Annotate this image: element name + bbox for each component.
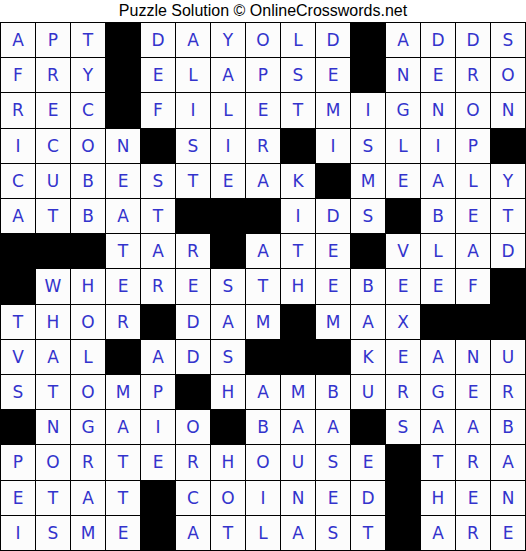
letter-cell: D: [456, 23, 490, 57]
letter-cell: I: [351, 93, 385, 127]
black-cell: [421, 305, 455, 339]
letter-cell: O: [246, 23, 280, 57]
letter-cell: E: [491, 516, 525, 550]
letter-cell: E: [351, 445, 385, 479]
letter-cell: N: [36, 410, 70, 444]
letter-cell: I: [176, 93, 210, 127]
letter-cell: P: [36, 23, 70, 57]
black-cell: [491, 129, 525, 163]
letter-cell: A: [491, 445, 525, 479]
letter-cell: Y: [211, 23, 245, 57]
letter-cell: S: [386, 410, 420, 444]
letter-cell: O: [176, 410, 210, 444]
letter-cell: T: [421, 445, 455, 479]
black-cell: [386, 445, 420, 479]
letter-cell: A: [106, 199, 140, 233]
letter-cell: D: [316, 23, 350, 57]
letter-cell: S: [141, 164, 175, 198]
letter-cell: I: [1, 129, 35, 163]
letter-cell: E: [141, 58, 175, 92]
letter-cell: I: [281, 199, 315, 233]
letter-cell: E: [106, 164, 140, 198]
letter-cell: R: [1, 93, 35, 127]
letter-cell: R: [141, 269, 175, 303]
letter-cell: K: [351, 340, 385, 374]
letter-cell: R: [71, 445, 105, 479]
letter-cell: S: [1, 375, 35, 409]
letter-cell: E: [246, 93, 280, 127]
letter-cell: L: [281, 23, 315, 57]
letter-cell: R: [456, 58, 490, 92]
letter-cell: E: [316, 234, 350, 268]
letter-cell: A: [36, 340, 70, 374]
black-cell: [386, 516, 420, 550]
letter-cell: E: [316, 481, 350, 515]
letter-cell: U: [351, 375, 385, 409]
letter-cell: O: [36, 445, 70, 479]
letter-cell: C: [71, 93, 105, 127]
letter-cell: B: [491, 410, 525, 444]
letter-cell: B: [71, 199, 105, 233]
letter-cell: A: [281, 516, 315, 550]
letter-cell: E: [421, 58, 455, 92]
letter-cell: A: [211, 305, 245, 339]
letter-cell: N: [491, 481, 525, 515]
letter-cell: N: [456, 340, 490, 374]
letter-cell: E: [316, 58, 350, 92]
letter-cell: E: [1, 481, 35, 515]
letter-cell: I: [211, 129, 245, 163]
letter-cell: S: [491, 23, 525, 57]
letter-cell: N: [491, 93, 525, 127]
letter-cell: S: [316, 516, 350, 550]
letter-cell: L: [211, 93, 245, 127]
letter-cell: H: [421, 481, 455, 515]
letter-cell: E: [141, 445, 175, 479]
letter-cell: H: [281, 269, 315, 303]
black-cell: [246, 199, 280, 233]
letter-cell: N: [106, 129, 140, 163]
letter-cell: B: [246, 410, 280, 444]
letter-cell: D: [421, 23, 455, 57]
black-cell: [176, 199, 210, 233]
letter-cell: A: [456, 234, 490, 268]
letter-cell: A: [211, 58, 245, 92]
black-cell: [491, 305, 525, 339]
letter-cell: M: [246, 305, 280, 339]
letter-cell: A: [421, 164, 455, 198]
letter-cell: P: [141, 375, 175, 409]
letter-cell: P: [456, 129, 490, 163]
letter-cell: D: [351, 481, 385, 515]
letter-cell: E: [316, 269, 350, 303]
letter-cell: A: [1, 199, 35, 233]
letter-cell: K: [281, 164, 315, 198]
black-cell: [1, 410, 35, 444]
black-cell: [246, 340, 280, 374]
letter-cell: S: [351, 199, 385, 233]
letter-cell: I: [1, 516, 35, 550]
letter-cell: N: [421, 93, 455, 127]
letter-cell: A: [176, 516, 210, 550]
letter-cell: T: [281, 234, 315, 268]
black-cell: [351, 234, 385, 268]
black-cell: [281, 340, 315, 374]
letter-cell: H: [211, 375, 245, 409]
letter-cell: T: [141, 199, 175, 233]
letter-cell: D: [316, 199, 350, 233]
puzzle-solution-page: Puzzle Solution © OnlineCrosswords.net A…: [0, 0, 526, 551]
letter-cell: E: [456, 199, 490, 233]
letter-cell: N: [386, 58, 420, 92]
letter-cell: T: [106, 481, 140, 515]
letter-cell: S: [351, 129, 385, 163]
letter-cell: A: [141, 234, 175, 268]
black-cell: [1, 234, 35, 268]
letter-cell: O: [71, 375, 105, 409]
letter-cell: A: [246, 234, 280, 268]
black-cell: [141, 516, 175, 550]
black-cell: [106, 93, 140, 127]
black-cell: [351, 410, 385, 444]
letter-cell: T: [71, 23, 105, 57]
letter-cell: E: [106, 269, 140, 303]
letter-cell: A: [351, 305, 385, 339]
letter-cell: O: [456, 93, 490, 127]
letter-cell: B: [71, 164, 105, 198]
letter-cell: F: [456, 269, 490, 303]
letter-cell: S: [211, 340, 245, 374]
letter-cell: Y: [491, 164, 525, 198]
letter-cell: C: [36, 129, 70, 163]
letter-cell: S: [281, 58, 315, 92]
letter-cell: A: [456, 410, 490, 444]
black-cell: [106, 340, 140, 374]
letter-cell: T: [36, 375, 70, 409]
letter-cell: S: [176, 129, 210, 163]
letter-cell: B: [316, 375, 350, 409]
letter-cell: E: [456, 481, 490, 515]
letter-cell: R: [36, 58, 70, 92]
letter-cell: R: [456, 516, 490, 550]
letter-cell: I: [246, 481, 280, 515]
letter-cell: S: [211, 269, 245, 303]
black-cell: [1, 269, 35, 303]
letter-cell: L: [176, 58, 210, 92]
letter-cell: P: [1, 445, 35, 479]
letter-cell: E: [386, 340, 420, 374]
letter-cell: U: [281, 445, 315, 479]
letter-cell: E: [36, 93, 70, 127]
letter-cell: L: [386, 129, 420, 163]
letter-cell: A: [1, 23, 35, 57]
crossword-grid: APTDAYOLDADDSFRYELAPSENERORECFILETMIGNON…: [0, 22, 526, 551]
letter-cell: L: [456, 164, 490, 198]
black-cell: [36, 234, 70, 268]
letter-cell: E: [106, 516, 140, 550]
letter-cell: M: [316, 93, 350, 127]
letter-cell: A: [281, 410, 315, 444]
black-cell: [351, 58, 385, 92]
letter-cell: A: [246, 375, 280, 409]
letter-cell: A: [246, 164, 280, 198]
letter-cell: O: [246, 445, 280, 479]
letter-cell: T: [491, 199, 525, 233]
letter-cell: I: [141, 410, 175, 444]
letter-cell: O: [491, 58, 525, 92]
letter-cell: T: [1, 305, 35, 339]
letter-cell: A: [421, 516, 455, 550]
black-cell: [281, 129, 315, 163]
letter-cell: V: [1, 340, 35, 374]
letter-cell: L: [246, 516, 280, 550]
letter-cell: G: [421, 375, 455, 409]
letter-cell: T: [211, 516, 245, 550]
letter-cell: A: [141, 340, 175, 374]
letter-cell: M: [281, 375, 315, 409]
letter-cell: F: [1, 58, 35, 92]
letter-cell: G: [71, 410, 105, 444]
letter-cell: Y: [71, 58, 105, 92]
black-cell: [211, 410, 245, 444]
letter-cell: U: [36, 164, 70, 198]
letter-cell: A: [421, 340, 455, 374]
black-cell: [71, 234, 105, 268]
letter-cell: R: [246, 129, 280, 163]
letter-cell: I: [421, 129, 455, 163]
letter-cell: S: [36, 516, 70, 550]
letter-cell: C: [176, 481, 210, 515]
letter-cell: H: [36, 305, 70, 339]
black-cell: [106, 58, 140, 92]
black-cell: [211, 234, 245, 268]
letter-cell: A: [106, 410, 140, 444]
black-cell: [176, 375, 210, 409]
letter-cell: R: [456, 445, 490, 479]
letter-cell: E: [421, 269, 455, 303]
letter-cell: R: [106, 305, 140, 339]
letter-cell: A: [386, 23, 420, 57]
black-cell: [386, 199, 420, 233]
black-cell: [141, 305, 175, 339]
letter-cell: T: [36, 199, 70, 233]
black-cell: [141, 481, 175, 515]
black-cell: [211, 199, 245, 233]
black-cell: [316, 340, 350, 374]
letter-cell: A: [176, 23, 210, 57]
letter-cell: O: [211, 481, 245, 515]
letter-cell: A: [421, 410, 455, 444]
letter-cell: H: [211, 445, 245, 479]
letter-cell: D: [176, 340, 210, 374]
letter-cell: A: [316, 410, 350, 444]
letter-cell: T: [281, 93, 315, 127]
black-cell: [316, 164, 350, 198]
black-cell: [491, 269, 525, 303]
letter-cell: X: [386, 305, 420, 339]
letter-cell: A: [71, 481, 105, 515]
letter-cell: D: [141, 23, 175, 57]
letter-cell: T: [106, 234, 140, 268]
letter-cell: E: [176, 269, 210, 303]
letter-cell: O: [71, 129, 105, 163]
letter-cell: S: [316, 445, 350, 479]
letter-cell: I: [316, 129, 350, 163]
black-cell: [141, 129, 175, 163]
letter-cell: E: [386, 269, 420, 303]
letter-cell: V: [386, 234, 420, 268]
letter-cell: D: [176, 305, 210, 339]
letter-cell: B: [421, 199, 455, 233]
letter-cell: L: [421, 234, 455, 268]
letter-cell: L: [71, 340, 105, 374]
black-cell: [281, 305, 315, 339]
letter-cell: M: [106, 375, 140, 409]
letter-cell: R: [176, 445, 210, 479]
black-cell: [106, 23, 140, 57]
letter-cell: M: [71, 516, 105, 550]
letter-cell: T: [351, 516, 385, 550]
letter-cell: O: [71, 305, 105, 339]
letter-cell: R: [491, 375, 525, 409]
page-title: Puzzle Solution © OnlineCrosswords.net: [0, 0, 526, 22]
letter-cell: C: [1, 164, 35, 198]
letter-cell: T: [176, 164, 210, 198]
letter-cell: G: [386, 93, 420, 127]
letter-cell: E: [386, 164, 420, 198]
letter-cell: T: [36, 481, 70, 515]
letter-cell: R: [386, 375, 420, 409]
letter-cell: E: [456, 375, 490, 409]
letter-cell: M: [351, 164, 385, 198]
letter-cell: B: [351, 269, 385, 303]
letter-cell: W: [36, 269, 70, 303]
black-cell: [456, 305, 490, 339]
letter-cell: N: [281, 481, 315, 515]
letter-cell: T: [106, 445, 140, 479]
letter-cell: U: [491, 340, 525, 374]
letter-cell: R: [176, 234, 210, 268]
letter-cell: F: [141, 93, 175, 127]
black-cell: [351, 23, 385, 57]
letter-cell: H: [71, 269, 105, 303]
letter-cell: T: [246, 269, 280, 303]
letter-cell: M: [316, 305, 350, 339]
letter-cell: E: [211, 164, 245, 198]
letter-cell: D: [491, 234, 525, 268]
letter-cell: P: [246, 58, 280, 92]
black-cell: [386, 481, 420, 515]
